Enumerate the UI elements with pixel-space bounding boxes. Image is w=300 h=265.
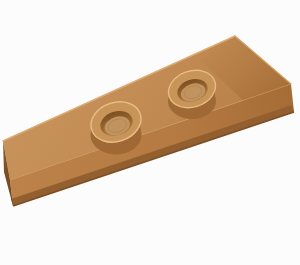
lego-plate-image xyxy=(0,0,300,265)
lego-part-render xyxy=(0,0,300,265)
